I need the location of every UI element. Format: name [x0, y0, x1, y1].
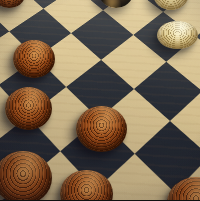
checker-piece-cream[interactable] — [157, 21, 198, 49]
checker-piece-brown[interactable] — [76, 106, 127, 152]
checker-piece-brown[interactable] — [60, 170, 113, 200]
checker-piece-dark-brown[interactable] — [99, 0, 133, 8]
checker-piece-brown[interactable] — [13, 40, 55, 78]
checker-piece-brown[interactable] — [0, 151, 52, 200]
checker-piece-brown[interactable] — [5, 87, 52, 130]
checker-piece-cream[interactable] — [153, 0, 189, 10]
checker-piece-brown[interactable] — [167, 177, 200, 201]
pieces-layer — [0, 0, 200, 200]
checker-piece-brown[interactable] — [0, 0, 25, 8]
checkers-photo-scene — [0, 0, 200, 200]
